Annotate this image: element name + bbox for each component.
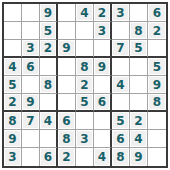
cell-r2c3[interactable]: 5: [40, 22, 58, 40]
given-digit: 2: [131, 113, 146, 128]
cell-r7c4[interactable]: 6: [58, 112, 76, 130]
given-digit: 5: [149, 59, 165, 74]
given-digit: 3: [23, 41, 38, 55]
given-digit: 2: [5, 95, 20, 109]
cell-r6c6[interactable]: 6: [94, 94, 112, 112]
given-digit: 4: [131, 131, 146, 146]
cell-r8c4[interactable]: 8: [58, 130, 76, 148]
cell-r9c3[interactable]: 6: [40, 148, 58, 166]
cell-r4c4[interactable]: [58, 58, 76, 76]
given-digit: 8: [149, 95, 165, 109]
given-digit: 3: [95, 23, 109, 38]
cell-r9c2[interactable]: [22, 148, 40, 166]
cell-r9c8[interactable]: 9: [130, 148, 148, 166]
given-digit: 2: [77, 77, 92, 92]
cell-r2c4[interactable]: [58, 22, 76, 40]
cell-r9c5[interactable]: [76, 148, 94, 166]
cell-r1c1[interactable]: [4, 4, 22, 22]
given-digit: 6: [113, 131, 128, 146]
cell-r1c8[interactable]: [130, 4, 148, 22]
cell-r7c3[interactable]: 4: [40, 112, 58, 130]
cell-r8c9[interactable]: [148, 130, 166, 148]
cell-r6c5[interactable]: 5: [76, 94, 94, 112]
given-digit: 6: [59, 113, 74, 128]
cell-r5c9[interactable]: 9: [148, 76, 166, 94]
cell-r7c7[interactable]: 5: [112, 112, 130, 130]
cell-r5c3[interactable]: 8: [40, 76, 58, 94]
cell-r8c8[interactable]: 4: [130, 130, 148, 148]
cell-r8c2[interactable]: [22, 130, 40, 148]
given-digit: 9: [5, 131, 20, 146]
given-digit: 2: [149, 23, 165, 38]
cell-r4c8[interactable]: [130, 58, 148, 76]
cell-r1c4[interactable]: [58, 4, 76, 22]
given-digit: 9: [149, 77, 165, 92]
cell-r2c5[interactable]: [76, 22, 94, 40]
cell-r7c9[interactable]: [148, 112, 166, 130]
given-digit: 7: [23, 113, 38, 128]
given-digit: 6: [23, 59, 38, 74]
given-digit: 2: [59, 149, 74, 165]
given-digit: 8: [113, 149, 128, 165]
cell-r3c9[interactable]: [148, 40, 166, 58]
given-digit: 5: [77, 95, 92, 109]
cell-r3c3[interactable]: 2: [40, 40, 58, 58]
cell-r7c8[interactable]: 2: [130, 112, 148, 130]
cell-r7c5[interactable]: [76, 112, 94, 130]
sudoku-board: 9423653823297546895582492956887465298364…: [2, 2, 168, 168]
cell-r2c8[interactable]: 8: [130, 22, 148, 40]
given-digit: 8: [77, 59, 92, 74]
cell-r8c6[interactable]: [94, 130, 112, 148]
given-digit: 9: [41, 5, 55, 20]
given-digit: 5: [5, 77, 20, 92]
cell-r3c5[interactable]: [76, 40, 94, 58]
given-digit: 3: [5, 149, 20, 165]
cell-r1c5[interactable]: 4: [76, 4, 94, 22]
cell-r3c6[interactable]: [94, 40, 112, 58]
given-digit: 4: [77, 5, 92, 20]
cell-r7c1[interactable]: 8: [4, 112, 22, 130]
cell-r6c8[interactable]: [130, 94, 148, 112]
cell-r4c3[interactable]: [40, 58, 58, 76]
cell-r6c2[interactable]: 9: [22, 94, 40, 112]
cell-r8c7[interactable]: 6: [112, 130, 130, 148]
given-digit: 9: [131, 149, 146, 165]
cell-r1c6[interactable]: 2: [94, 4, 112, 22]
cell-r1c3[interactable]: 9: [40, 4, 58, 22]
given-digit: 2: [95, 5, 109, 20]
cell-r6c1[interactable]: 2: [4, 94, 22, 112]
given-digit: 4: [113, 77, 128, 92]
cell-r8c1[interactable]: 9: [4, 130, 22, 148]
cell-r3c8[interactable]: 5: [130, 40, 148, 58]
cell-r5c7[interactable]: 4: [112, 76, 130, 94]
cell-r9c9[interactable]: [148, 148, 166, 166]
cell-r6c4[interactable]: [58, 94, 76, 112]
cell-r5c5[interactable]: 2: [76, 76, 94, 94]
cell-r9c7[interactable]: 8: [112, 148, 130, 166]
cell-r3c4[interactable]: 9: [58, 40, 76, 58]
cell-r4c5[interactable]: 8: [76, 58, 94, 76]
cell-r4c9[interactable]: 5: [148, 58, 166, 76]
given-digit: 6: [149, 5, 165, 20]
given-digit: 6: [95, 95, 109, 109]
cell-r5c4[interactable]: [58, 76, 76, 94]
cell-r5c6[interactable]: [94, 76, 112, 94]
given-digit: 8: [59, 131, 74, 146]
cell-r4c1[interactable]: 4: [4, 58, 22, 76]
cell-r1c7[interactable]: 3: [112, 4, 130, 22]
cell-r1c2[interactable]: [22, 4, 40, 22]
cell-r5c1[interactable]: 5: [4, 76, 22, 94]
cell-r5c8[interactable]: [130, 76, 148, 94]
cell-r7c2[interactable]: 7: [22, 112, 40, 130]
cell-r2c2[interactable]: [22, 22, 40, 40]
given-digit: 5: [41, 23, 55, 38]
cell-r4c6[interactable]: 9: [94, 58, 112, 76]
given-digit: 6: [41, 149, 55, 165]
cell-r3c2[interactable]: 3: [22, 40, 40, 58]
cell-r5c2[interactable]: [22, 76, 40, 94]
given-digit: 8: [131, 23, 146, 38]
cell-r2c9[interactable]: 2: [148, 22, 166, 40]
given-digit: 5: [131, 41, 146, 55]
cell-r6c7[interactable]: [112, 94, 130, 112]
cell-r7c6[interactable]: [94, 112, 112, 130]
cell-r9c6[interactable]: 4: [94, 148, 112, 166]
cell-r2c1[interactable]: [4, 22, 22, 40]
cell-r4c7[interactable]: [112, 58, 130, 76]
cell-r3c7[interactable]: 7: [112, 40, 130, 58]
cell-r8c5[interactable]: 3: [76, 130, 94, 148]
cell-r2c6[interactable]: 3: [94, 22, 112, 40]
given-digit: 8: [5, 113, 20, 128]
given-digit: 3: [113, 5, 128, 20]
cell-r4c2[interactable]: 6: [22, 58, 40, 76]
given-digit: 9: [59, 41, 74, 55]
cell-r1c9[interactable]: 6: [148, 4, 166, 22]
cell-r6c9[interactable]: 8: [148, 94, 166, 112]
cell-r8c3[interactable]: [40, 130, 58, 148]
given-digit: 7: [113, 41, 128, 55]
given-digit: 2: [41, 41, 55, 55]
given-digit: 4: [95, 149, 109, 165]
given-digit: 5: [113, 113, 128, 128]
given-digit: 9: [23, 95, 38, 109]
given-digit: 8: [41, 77, 55, 92]
given-digit: 4: [5, 59, 20, 74]
given-digit: 4: [41, 113, 55, 128]
cell-r9c4[interactable]: 2: [58, 148, 76, 166]
cell-r2c7[interactable]: [112, 22, 130, 40]
cell-r9c1[interactable]: 3: [4, 148, 22, 166]
given-digit: 3: [77, 131, 92, 146]
given-digit: 9: [95, 59, 109, 74]
cell-r6c3[interactable]: [40, 94, 58, 112]
cell-r3c1[interactable]: [4, 40, 22, 58]
